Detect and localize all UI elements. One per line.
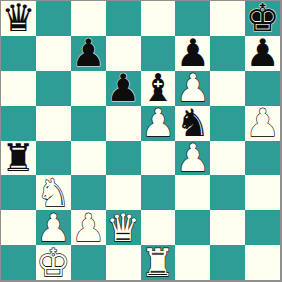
square-g8[interactable]: [210, 1, 245, 36]
square-a8[interactable]: ♛: [1, 1, 36, 36]
square-f1[interactable]: [175, 245, 210, 280]
black-pawn-d6-piece[interactable]: ♟: [106, 71, 140, 106]
square-b1[interactable]: ♚: [36, 245, 71, 280]
square-d3[interactable]: [106, 175, 141, 210]
white-pawn-c2-piece[interactable]: ♟: [71, 210, 105, 245]
square-e6[interactable]: ♝: [141, 71, 176, 106]
square-e5[interactable]: ♟: [141, 106, 176, 141]
square-f6[interactable]: ♟: [175, 71, 210, 106]
square-d4[interactable]: [106, 141, 141, 176]
square-g7[interactable]: [210, 36, 245, 71]
square-h3[interactable]: [245, 175, 280, 210]
square-c1[interactable]: [71, 245, 106, 280]
square-e3[interactable]: [141, 175, 176, 210]
square-c4[interactable]: [71, 141, 106, 176]
square-d1[interactable]: [106, 245, 141, 280]
square-b3[interactable]: ♞: [36, 175, 71, 210]
square-h6[interactable]: [245, 71, 280, 106]
square-f7[interactable]: ♟: [175, 36, 210, 71]
square-a4[interactable]: ♜: [1, 141, 36, 176]
square-e7[interactable]: [141, 36, 176, 71]
square-e2[interactable]: [141, 210, 176, 245]
square-d6[interactable]: ♟: [106, 71, 141, 106]
square-c6[interactable]: [71, 71, 106, 106]
black-queen-a8-piece[interactable]: ♛: [1, 1, 35, 36]
square-a2[interactable]: [1, 210, 36, 245]
white-king-b1-piece[interactable]: ♚: [36, 245, 70, 280]
white-knight-b3-piece[interactable]: ♞: [36, 175, 70, 210]
square-g6[interactable]: [210, 71, 245, 106]
square-d7[interactable]: [106, 36, 141, 71]
square-f3[interactable]: [175, 175, 210, 210]
square-g5[interactable]: [210, 106, 245, 141]
square-c2[interactable]: ♟: [71, 210, 106, 245]
square-e1[interactable]: ♜: [141, 245, 176, 280]
square-b5[interactable]: [36, 106, 71, 141]
black-rook-a4-piece[interactable]: ♜: [1, 141, 35, 176]
square-a6[interactable]: [1, 71, 36, 106]
square-h4[interactable]: [245, 141, 280, 176]
chess-board: ♛♚♟♟♟♟♝♟♟♞♟♜♟♞♟♟♛♚♜: [0, 0, 282, 282]
square-g2[interactable]: [210, 210, 245, 245]
square-c5[interactable]: [71, 106, 106, 141]
square-a3[interactable]: [1, 175, 36, 210]
square-g4[interactable]: [210, 141, 245, 176]
square-g1[interactable]: [210, 245, 245, 280]
square-e8[interactable]: [141, 1, 176, 36]
square-a5[interactable]: [1, 106, 36, 141]
square-h1[interactable]: [245, 245, 280, 280]
white-rook-e1-piece[interactable]: ♜: [141, 245, 175, 280]
square-d2[interactable]: ♛: [106, 210, 141, 245]
square-c7[interactable]: ♟: [71, 36, 106, 71]
white-queen-d2-piece[interactable]: ♛: [106, 210, 140, 245]
white-pawn-h5-piece[interactable]: ♟: [246, 106, 280, 141]
white-pawn-f4-piece[interactable]: ♟: [176, 141, 210, 176]
white-pawn-b2-piece[interactable]: ♟: [36, 210, 70, 245]
square-c3[interactable]: [71, 175, 106, 210]
square-h7[interactable]: ♟: [245, 36, 280, 71]
square-d8[interactable]: [106, 1, 141, 36]
square-b6[interactable]: [36, 71, 71, 106]
black-knight-f5-piece[interactable]: ♞: [176, 106, 210, 141]
black-pawn-h7-piece[interactable]: ♟: [246, 36, 280, 71]
square-f5[interactable]: ♞: [175, 106, 210, 141]
square-f2[interactable]: [175, 210, 210, 245]
square-f4[interactable]: ♟: [175, 141, 210, 176]
square-e4[interactable]: [141, 141, 176, 176]
white-pawn-e5-piece[interactable]: ♟: [141, 106, 175, 141]
white-pawn-f6-piece[interactable]: ♟: [176, 71, 210, 106]
square-b8[interactable]: [36, 1, 71, 36]
black-bishop-e6-piece[interactable]: ♝: [141, 71, 175, 106]
square-b7[interactable]: [36, 36, 71, 71]
square-b4[interactable]: [36, 141, 71, 176]
square-h8[interactable]: ♚: [245, 1, 280, 36]
black-pawn-f7-piece[interactable]: ♟: [176, 36, 210, 71]
black-king-h8-piece[interactable]: ♚: [246, 1, 280, 36]
black-pawn-c7-piece[interactable]: ♟: [71, 36, 105, 71]
square-a7[interactable]: [1, 36, 36, 71]
square-g3[interactable]: [210, 175, 245, 210]
square-f8[interactable]: [175, 1, 210, 36]
square-a1[interactable]: [1, 245, 36, 280]
square-h5[interactable]: ♟: [245, 106, 280, 141]
square-d5[interactable]: [106, 106, 141, 141]
square-b2[interactable]: ♟: [36, 210, 71, 245]
square-h2[interactable]: [245, 210, 280, 245]
square-c8[interactable]: [71, 1, 106, 36]
